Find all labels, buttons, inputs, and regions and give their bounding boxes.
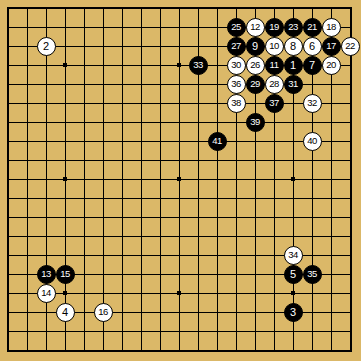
go-board: 1234567891011121314151617181920212223252… — [0, 0, 361, 361]
star-point — [63, 177, 67, 181]
star-point — [291, 291, 295, 295]
stone-move-21-black: 21 — [303, 18, 322, 37]
stone-move-26-white: 26 — [246, 56, 265, 75]
stone-move-36-white: 36 — [227, 75, 246, 94]
stone-move-1-black: 1 — [284, 56, 303, 75]
stone-move-32-white: 32 — [303, 94, 322, 113]
stone-move-28-white: 28 — [265, 75, 284, 94]
star-point — [63, 63, 67, 67]
stone-move-4-white: 4 — [56, 303, 75, 322]
stones-layer: 1234567891011121314151617181920212223252… — [0, 0, 360, 360]
stone-move-37-black: 37 — [265, 94, 284, 113]
stone-move-34-white: 34 — [284, 246, 303, 265]
stone-move-8-white: 8 — [284, 37, 303, 56]
star-point — [291, 177, 295, 181]
stone-move-40-white: 40 — [303, 132, 322, 151]
stone-move-12-white: 12 — [246, 18, 265, 37]
stone-move-25-black: 25 — [227, 18, 246, 37]
star-point — [63, 291, 67, 295]
star-point — [177, 177, 181, 181]
star-point — [177, 63, 181, 67]
stone-move-41-black: 41 — [208, 132, 227, 151]
stone-move-27-black: 27 — [227, 37, 246, 56]
stone-move-11-black: 11 — [265, 56, 284, 75]
stone-move-3-black: 3 — [284, 303, 303, 322]
stone-move-39-black: 39 — [246, 113, 265, 132]
stone-move-10-white: 10 — [265, 37, 284, 56]
stone-move-7-black: 7 — [303, 56, 322, 75]
stone-move-14-white: 14 — [37, 284, 56, 303]
stone-move-31-black: 31 — [284, 75, 303, 94]
stone-move-20-white: 20 — [322, 56, 341, 75]
stone-move-23-black: 23 — [284, 18, 303, 37]
star-point — [177, 291, 181, 295]
stone-move-19-black: 19 — [265, 18, 284, 37]
stone-move-16-white: 16 — [94, 303, 113, 322]
stone-move-17-black: 17 — [322, 37, 341, 56]
stone-move-18-white: 18 — [322, 18, 341, 37]
stone-move-15-black: 15 — [56, 265, 75, 284]
stone-move-22-white: 22 — [341, 37, 360, 56]
stone-move-9-black: 9 — [246, 37, 265, 56]
stone-move-2-white: 2 — [37, 37, 56, 56]
stone-move-30-white: 30 — [227, 56, 246, 75]
stone-move-38-white: 38 — [227, 94, 246, 113]
stone-move-5-black: 5 — [284, 265, 303, 284]
stone-move-13-black: 13 — [37, 265, 56, 284]
stone-move-6-white: 6 — [303, 37, 322, 56]
stone-move-35-black: 35 — [303, 265, 322, 284]
stone-move-33-black: 33 — [189, 56, 208, 75]
stone-move-29-black: 29 — [246, 75, 265, 94]
